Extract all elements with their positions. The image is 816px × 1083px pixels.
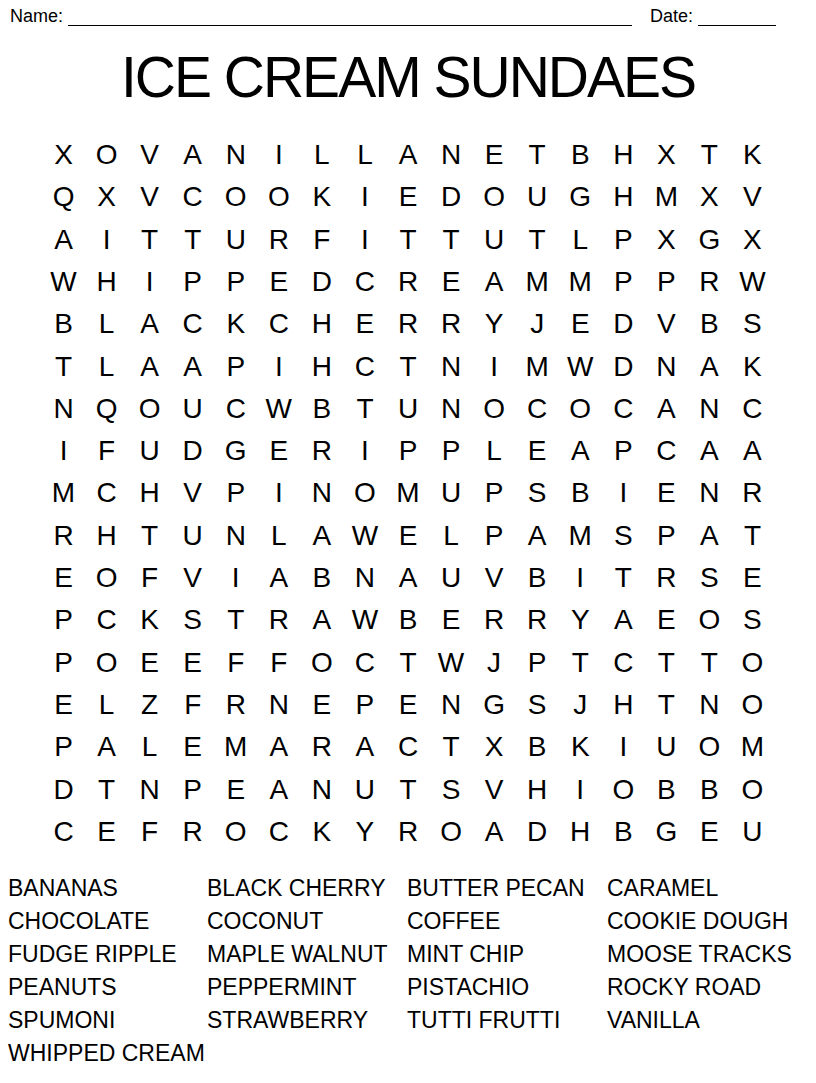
grid-cell-r6c17[interactable]: K [731,345,774,387]
grid-cell-r2c10[interactable]: D [430,176,473,218]
grid-cell-r8c3[interactable]: U [128,430,171,472]
grid-cell-r16c12[interactable]: H [516,768,559,810]
grid-cell-r8c4[interactable]: D [171,430,214,472]
grid-cell-r7c15[interactable]: A [645,388,688,430]
grid-cell-r13c8[interactable]: C [343,642,386,684]
grid-cell-r15c17[interactable]: M [731,726,774,768]
grid-cell-r1c9[interactable]: A [386,134,429,176]
grid-cell-r5c4[interactable]: C [171,303,214,345]
grid-cell-r10c10[interactable]: L [430,515,473,557]
grid-cell-r7c11[interactable]: O [473,388,516,430]
grid-cell-r12c13[interactable]: Y [559,599,602,641]
grid-cell-r14c9[interactable]: E [386,684,429,726]
grid-cell-r6c13[interactable]: W [559,345,602,387]
grid-cell-r14c5[interactable]: R [214,684,257,726]
word-list-item[interactable]: PEPPERMINT [207,971,407,1004]
grid-cell-r14c16[interactable]: N [688,684,731,726]
grid-cell-r1c5[interactable]: N [214,134,257,176]
grid-cell-r12c9[interactable]: B [386,599,429,641]
grid-cell-r5c12[interactable]: J [516,303,559,345]
word-list-item[interactable]: FUDGE RIPPLE [8,938,207,971]
grid-cell-r3c3[interactable]: T [128,219,171,261]
grid-cell-r17c4[interactable]: R [171,811,214,853]
grid-cell-r3c4[interactable]: T [171,219,214,261]
grid-cell-r10c13[interactable]: M [559,515,602,557]
grid-cell-r9c16[interactable]: N [688,472,731,514]
grid-cell-r8c11[interactable]: L [473,430,516,472]
grid-cell-r9c15[interactable]: E [645,472,688,514]
grid-cell-r17c13[interactable]: H [559,811,602,853]
word-list-item[interactable]: VANILLA [607,1004,809,1037]
grid-cell-r15c5[interactable]: M [214,726,257,768]
grid-cell-r4c11[interactable]: A [473,261,516,303]
grid-cell-r1c15[interactable]: X [645,134,688,176]
grid-cell-r13c16[interactable]: T [688,642,731,684]
grid-cell-r4c7[interactable]: D [300,261,343,303]
grid-cell-r1c17[interactable]: K [731,134,774,176]
grid-cell-r8c13[interactable]: A [559,430,602,472]
grid-cell-r16c5[interactable]: E [214,768,257,810]
grid-cell-r15c9[interactable]: C [386,726,429,768]
grid-cell-r16c15[interactable]: B [645,768,688,810]
grid-cell-r15c13[interactable]: K [559,726,602,768]
word-list-item[interactable]: MOOSE TRACKS [607,938,809,971]
grid-cell-r15c12[interactable]: B [516,726,559,768]
grid-cell-r1c12[interactable]: T [516,134,559,176]
grid-cell-r2c7[interactable]: K [300,176,343,218]
grid-cell-r12c11[interactable]: R [473,599,516,641]
grid-cell-r7c2[interactable]: Q [85,388,128,430]
grid-cell-r6c7[interactable]: H [300,345,343,387]
grid-cell-r13c9[interactable]: T [386,642,429,684]
grid-cell-r4c4[interactable]: P [171,261,214,303]
grid-cell-r7c9[interactable]: U [386,388,429,430]
grid-cell-r12c15[interactable]: E [645,599,688,641]
grid-cell-r14c10[interactable]: N [430,684,473,726]
grid-cell-r12c16[interactable]: O [688,599,731,641]
grid-cell-r3c12[interactable]: T [516,219,559,261]
word-list-item[interactable]: BUTTER PECAN [407,872,607,905]
grid-cell-r9c2[interactable]: C [85,472,128,514]
grid-cell-r13c11[interactable]: J [473,642,516,684]
grid-cell-r17c11[interactable]: A [473,811,516,853]
grid-cell-r3c16[interactable]: G [688,219,731,261]
grid-cell-r6c1[interactable]: T [42,345,85,387]
grid-cell-r13c2[interactable]: O [85,642,128,684]
grid-cell-r10c6[interactable]: L [257,515,300,557]
grid-cell-r8c5[interactable]: G [214,430,257,472]
word-list-item[interactable]: ROCKY ROAD [607,971,809,1004]
grid-cell-r12c1[interactable]: P [42,599,85,641]
grid-cell-r4c8[interactable]: C [343,261,386,303]
grid-cell-r16c13[interactable]: I [559,768,602,810]
word-list-item[interactable]: STRAWBERRY [207,1004,407,1037]
grid-cell-r1c3[interactable]: V [128,134,171,176]
grid-cell-r15c15[interactable]: U [645,726,688,768]
grid-cell-r17c17[interactable]: U [731,811,774,853]
grid-cell-r7c4[interactable]: U [171,388,214,430]
grid-cell-r15c2[interactable]: A [85,726,128,768]
grid-cell-r14c15[interactable]: T [645,684,688,726]
grid-cell-r12c10[interactable]: E [430,599,473,641]
grid-cell-r10c17[interactable]: T [731,515,774,557]
grid-cell-r11c16[interactable]: S [688,557,731,599]
grid-cell-r2c8[interactable]: I [343,176,386,218]
grid-cell-r16c8[interactable]: U [343,768,386,810]
grid-cell-r17c8[interactable]: Y [343,811,386,853]
grid-cell-r5c2[interactable]: L [85,303,128,345]
grid-cell-r6c16[interactable]: A [688,345,731,387]
grid-cell-r14c2[interactable]: L [85,684,128,726]
grid-cell-r10c5[interactable]: N [214,515,257,557]
grid-cell-r9c13[interactable]: B [559,472,602,514]
grid-cell-r11c5[interactable]: I [214,557,257,599]
grid-cell-r14c14[interactable]: H [602,684,645,726]
grid-cell-r3c11[interactable]: U [473,219,516,261]
word-list-item[interactable]: SPUMONI [8,1004,207,1037]
grid-cell-r11c13[interactable]: I [559,557,602,599]
grid-cell-r11c9[interactable]: A [386,557,429,599]
grid-cell-r16c10[interactable]: S [430,768,473,810]
grid-cell-r13c10[interactable]: W [430,642,473,684]
grid-cell-r5c14[interactable]: D [602,303,645,345]
grid-cell-r2c3[interactable]: V [128,176,171,218]
grid-cell-r7c3[interactable]: O [128,388,171,430]
grid-cell-r13c7[interactable]: O [300,642,343,684]
grid-cell-r1c1[interactable]: X [42,134,85,176]
grid-cell-r12c2[interactable]: C [85,599,128,641]
grid-cell-r11c2[interactable]: O [85,557,128,599]
grid-cell-r5c7[interactable]: H [300,303,343,345]
grid-cell-r6c15[interactable]: N [645,345,688,387]
grid-cell-r13c12[interactable]: P [516,642,559,684]
grid-cell-r11c15[interactable]: R [645,557,688,599]
grid-cell-r14c7[interactable]: E [300,684,343,726]
name-blank-line[interactable] [68,25,632,26]
grid-cell-r17c5[interactable]: O [214,811,257,853]
grid-cell-r1c2[interactable]: O [85,134,128,176]
grid-cell-r1c10[interactable]: N [430,134,473,176]
grid-cell-r16c11[interactable]: V [473,768,516,810]
grid-cell-r9c10[interactable]: U [430,472,473,514]
grid-cell-r4c5[interactable]: P [214,261,257,303]
grid-cell-r13c1[interactable]: P [42,642,85,684]
word-list-item[interactable]: TUTTI FRUTTI [407,1004,607,1037]
grid-cell-r12c4[interactable]: S [171,599,214,641]
grid-cell-r6c4[interactable]: A [171,345,214,387]
grid-cell-r5c13[interactable]: E [559,303,602,345]
grid-cell-r6c12[interactable]: M [516,345,559,387]
grid-cell-r11c11[interactable]: V [473,557,516,599]
grid-cell-r4c15[interactable]: P [645,261,688,303]
grid-cell-r13c15[interactable]: T [645,642,688,684]
grid-cell-r9c17[interactable]: R [731,472,774,514]
grid-cell-r2c1[interactable]: Q [42,176,85,218]
grid-cell-r15c6[interactable]: A [257,726,300,768]
grid-cell-r17c15[interactable]: G [645,811,688,853]
grid-cell-r7c5[interactable]: C [214,388,257,430]
grid-cell-r8c10[interactable]: P [430,430,473,472]
grid-cell-r11c7[interactable]: B [300,557,343,599]
word-list-item[interactable]: MAPLE WALNUT [207,938,407,971]
grid-cell-r15c16[interactable]: O [688,726,731,768]
grid-cell-r5c8[interactable]: E [343,303,386,345]
grid-cell-r13c13[interactable]: T [559,642,602,684]
grid-cell-r6c8[interactable]: C [343,345,386,387]
grid-cell-r5c16[interactable]: B [688,303,731,345]
grid-cell-r15c3[interactable]: L [128,726,171,768]
grid-cell-r14c11[interactable]: G [473,684,516,726]
grid-cell-r4c14[interactable]: P [602,261,645,303]
date-blank-line[interactable] [698,25,776,26]
grid-cell-r8c16[interactable]: A [688,430,731,472]
grid-cell-r9c11[interactable]: P [473,472,516,514]
grid-cell-r5c10[interactable]: R [430,303,473,345]
grid-cell-r17c9[interactable]: R [386,811,429,853]
grid-cell-r12c12[interactable]: R [516,599,559,641]
grid-cell-r14c6[interactable]: N [257,684,300,726]
grid-cell-r1c6[interactable]: I [257,134,300,176]
grid-cell-r7c14[interactable]: C [602,388,645,430]
grid-cell-r3c14[interactable]: P [602,219,645,261]
grid-cell-r3c9[interactable]: T [386,219,429,261]
word-list-item[interactable]: PISTACHIO [407,971,607,1004]
grid-cell-r14c13[interactable]: J [559,684,602,726]
grid-cell-r2c14[interactable]: H [602,176,645,218]
grid-cell-r10c16[interactable]: A [688,515,731,557]
grid-cell-r5c1[interactable]: B [42,303,85,345]
grid-cell-r11c17[interactable]: E [731,557,774,599]
grid-cell-r7c1[interactable]: N [42,388,85,430]
grid-cell-r13c14[interactable]: C [602,642,645,684]
grid-cell-r7c16[interactable]: N [688,388,731,430]
grid-cell-r6c2[interactable]: L [85,345,128,387]
grid-cell-r5c11[interactable]: Y [473,303,516,345]
grid-cell-r2c15[interactable]: M [645,176,688,218]
grid-cell-r3c7[interactable]: F [300,219,343,261]
grid-cell-r14c12[interactable]: S [516,684,559,726]
grid-cell-r10c14[interactable]: S [602,515,645,557]
grid-cell-r10c9[interactable]: E [386,515,429,557]
grid-cell-r17c7[interactable]: K [300,811,343,853]
grid-cell-r9c7[interactable]: N [300,472,343,514]
grid-cell-r3c1[interactable]: A [42,219,85,261]
grid-cell-r2c4[interactable]: C [171,176,214,218]
grid-cell-r8c15[interactable]: C [645,430,688,472]
grid-cell-r12c14[interactable]: A [602,599,645,641]
grid-cell-r10c12[interactable]: A [516,515,559,557]
grid-cell-r10c11[interactable]: P [473,515,516,557]
grid-cell-r3c8[interactable]: I [343,219,386,261]
grid-cell-r2c17[interactable]: V [731,176,774,218]
grid-cell-r2c2[interactable]: X [85,176,128,218]
grid-cell-r17c12[interactable]: D [516,811,559,853]
grid-cell-r1c7[interactable]: L [300,134,343,176]
grid-cell-r6c3[interactable]: A [128,345,171,387]
grid-cell-r10c7[interactable]: A [300,515,343,557]
grid-cell-r11c3[interactable]: F [128,557,171,599]
grid-cell-r5c15[interactable]: V [645,303,688,345]
grid-cell-r5c6[interactable]: C [257,303,300,345]
grid-cell-r2c16[interactable]: X [688,176,731,218]
grid-cell-r17c14[interactable]: B [602,811,645,853]
grid-cell-r16c7[interactable]: N [300,768,343,810]
grid-cell-r11c10[interactable]: U [430,557,473,599]
grid-cell-r11c12[interactable]: B [516,557,559,599]
grid-cell-r10c8[interactable]: W [343,515,386,557]
word-list-item[interactable]: MINT CHIP [407,938,607,971]
grid-cell-r16c1[interactable]: D [42,768,85,810]
grid-cell-r7c13[interactable]: O [559,388,602,430]
grid-cell-r4c16[interactable]: R [688,261,731,303]
grid-cell-r11c6[interactable]: A [257,557,300,599]
grid-cell-r16c3[interactable]: N [128,768,171,810]
word-list-item[interactable]: CHOCOLATE [8,905,207,938]
grid-cell-r16c14[interactable]: O [602,768,645,810]
grid-cell-r5c9[interactable]: R [386,303,429,345]
word-list-item[interactable]: BLACK CHERRY [207,872,407,905]
grid-cell-r6c11[interactable]: I [473,345,516,387]
grid-cell-r4c3[interactable]: I [128,261,171,303]
grid-cell-r6c9[interactable]: T [386,345,429,387]
grid-cell-r12c17[interactable]: S [731,599,774,641]
word-list-item[interactable]: COOKIE DOUGH [607,905,809,938]
word-list-item[interactable]: COCONUT [207,905,407,938]
grid-cell-r8c8[interactable]: I [343,430,386,472]
grid-cell-r13c17[interactable]: O [731,642,774,684]
grid-cell-r15c11[interactable]: X [473,726,516,768]
word-list-item[interactable]: CARAMEL [607,872,809,905]
grid-cell-r4c9[interactable]: R [386,261,429,303]
grid-cell-r6c6[interactable]: I [257,345,300,387]
grid-cell-r11c8[interactable]: N [343,557,386,599]
grid-cell-r10c15[interactable]: P [645,515,688,557]
grid-cell-r8c7[interactable]: R [300,430,343,472]
grid-cell-r17c10[interactable]: O [430,811,473,853]
grid-cell-r6c10[interactable]: N [430,345,473,387]
grid-cell-r15c8[interactable]: A [343,726,386,768]
grid-cell-r7c10[interactable]: N [430,388,473,430]
grid-cell-r13c6[interactable]: F [257,642,300,684]
grid-cell-r17c2[interactable]: E [85,811,128,853]
grid-cell-r15c1[interactable]: P [42,726,85,768]
grid-cell-r10c3[interactable]: T [128,515,171,557]
grid-cell-r5c3[interactable]: A [128,303,171,345]
grid-cell-r8c17[interactable]: A [731,430,774,472]
grid-cell-r17c6[interactable]: C [257,811,300,853]
grid-cell-r2c13[interactable]: G [559,176,602,218]
grid-cell-r1c4[interactable]: A [171,134,214,176]
grid-cell-r17c1[interactable]: C [42,811,85,853]
grid-cell-r8c14[interactable]: P [602,430,645,472]
grid-cell-r4c2[interactable]: H [85,261,128,303]
grid-cell-r13c5[interactable]: F [214,642,257,684]
grid-cell-r3c6[interactable]: R [257,219,300,261]
grid-cell-r15c7[interactable]: R [300,726,343,768]
grid-cell-r9c1[interactable]: M [42,472,85,514]
grid-cell-r3c10[interactable]: T [430,219,473,261]
grid-cell-r7c17[interactable]: C [731,388,774,430]
grid-cell-r1c13[interactable]: B [559,134,602,176]
grid-cell-r9c6[interactable]: I [257,472,300,514]
word-list-item[interactable]: COFFEE [407,905,607,938]
grid-cell-r10c2[interactable]: H [85,515,128,557]
grid-cell-r7c12[interactable]: C [516,388,559,430]
grid-cell-r12c5[interactable]: T [214,599,257,641]
grid-cell-r3c5[interactable]: U [214,219,257,261]
grid-cell-r2c5[interactable]: O [214,176,257,218]
grid-cell-r7c7[interactable]: B [300,388,343,430]
grid-cell-r3c2[interactable]: I [85,219,128,261]
grid-cell-r8c9[interactable]: P [386,430,429,472]
grid-cell-r10c1[interactable]: R [42,515,85,557]
grid-cell-r2c11[interactable]: O [473,176,516,218]
grid-cell-r15c4[interactable]: E [171,726,214,768]
grid-cell-r8c12[interactable]: E [516,430,559,472]
grid-cell-r17c3[interactable]: F [128,811,171,853]
grid-cell-r6c5[interactable]: P [214,345,257,387]
grid-cell-r9c12[interactable]: S [516,472,559,514]
grid-cell-r4c12[interactable]: M [516,261,559,303]
grid-cell-r9c8[interactable]: O [343,472,386,514]
grid-cell-r3c13[interactable]: L [559,219,602,261]
grid-cell-r7c8[interactable]: T [343,388,386,430]
grid-cell-r11c1[interactable]: E [42,557,85,599]
grid-cell-r14c8[interactable]: P [343,684,386,726]
grid-cell-r4c6[interactable]: E [257,261,300,303]
grid-cell-r9c4[interactable]: V [171,472,214,514]
grid-cell-r15c14[interactable]: I [602,726,645,768]
grid-cell-r9c3[interactable]: H [128,472,171,514]
grid-cell-r14c1[interactable]: E [42,684,85,726]
grid-cell-r3c17[interactable]: X [731,219,774,261]
grid-cell-r6c14[interactable]: D [602,345,645,387]
grid-cell-r9c14[interactable]: I [602,472,645,514]
grid-cell-r9c9[interactable]: M [386,472,429,514]
grid-cell-r12c6[interactable]: R [257,599,300,641]
word-list-item[interactable]: BANANAS [8,872,207,905]
grid-cell-r16c16[interactable]: B [688,768,731,810]
grid-cell-r14c3[interactable]: Z [128,684,171,726]
grid-cell-r16c17[interactable]: O [731,768,774,810]
grid-cell-r9c5[interactable]: P [214,472,257,514]
grid-cell-r4c10[interactable]: E [430,261,473,303]
grid-cell-r14c4[interactable]: F [171,684,214,726]
grid-cell-r4c1[interactable]: W [42,261,85,303]
grid-cell-r4c17[interactable]: W [731,261,774,303]
grid-cell-r16c9[interactable]: T [386,768,429,810]
grid-cell-r5c17[interactable]: S [731,303,774,345]
grid-cell-r8c2[interactable]: F [85,430,128,472]
grid-cell-r11c14[interactable]: T [602,557,645,599]
grid-cell-r4c13[interactable]: M [559,261,602,303]
grid-cell-r7c6[interactable]: W [257,388,300,430]
grid-cell-r3c15[interactable]: X [645,219,688,261]
grid-cell-r16c6[interactable]: A [257,768,300,810]
grid-cell-r11c4[interactable]: V [171,557,214,599]
grid-cell-r2c9[interactable]: E [386,176,429,218]
grid-cell-r16c2[interactable]: T [85,768,128,810]
grid-cell-r16c4[interactable]: P [171,768,214,810]
grid-cell-r12c8[interactable]: W [343,599,386,641]
grid-cell-r14c17[interactable]: O [731,684,774,726]
grid-cell-r5c5[interactable]: K [214,303,257,345]
grid-cell-r1c8[interactable]: L [343,134,386,176]
grid-cell-r1c16[interactable]: T [688,134,731,176]
grid-cell-r8c6[interactable]: E [257,430,300,472]
grid-cell-r2c12[interactable]: U [516,176,559,218]
grid-cell-r1c11[interactable]: E [473,134,516,176]
